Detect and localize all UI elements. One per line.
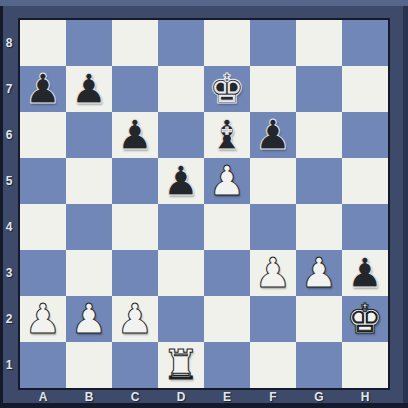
square-g1[interactable]	[296, 342, 342, 388]
rank-label-3: 3	[0, 250, 18, 296]
rank-labels: 87654321	[0, 20, 18, 388]
square-h8[interactable]	[342, 20, 388, 66]
square-a8[interactable]	[20, 20, 66, 66]
square-c1[interactable]	[112, 342, 158, 388]
square-c8[interactable]	[112, 20, 158, 66]
file-label-H: H	[342, 390, 388, 404]
square-f8[interactable]	[250, 20, 296, 66]
frame-bevel-top	[0, 0, 408, 6]
square-d3[interactable]	[158, 250, 204, 296]
square-f1[interactable]	[250, 342, 296, 388]
rank-label-2: 2	[0, 296, 18, 342]
file-labels: ABCDEFGH	[20, 390, 388, 404]
square-a7[interactable]: ♟	[20, 66, 66, 112]
square-h1[interactable]	[342, 342, 388, 388]
square-e2[interactable]	[204, 296, 250, 342]
square-d8[interactable]	[158, 20, 204, 66]
piece-black-bishop-e6: ♝	[209, 112, 246, 158]
rank-label-5: 5	[0, 158, 18, 204]
square-a4[interactable]	[20, 204, 66, 250]
chess-board-frame: 87654321 ♟♟♚♟♝♟♟♟♟♟♟♟♟♟♚♜ ABCDEFGH	[0, 0, 408, 408]
file-label-E: E	[204, 390, 250, 404]
square-d6[interactable]	[158, 112, 204, 158]
square-d1[interactable]: ♜	[158, 342, 204, 388]
square-e5[interactable]: ♟	[204, 158, 250, 204]
piece-white-pawn-g3: ♟	[301, 250, 338, 296]
square-h3[interactable]: ♟	[342, 250, 388, 296]
square-e6[interactable]: ♝	[204, 112, 250, 158]
piece-white-pawn-a2: ♟	[25, 296, 62, 342]
piece-white-rook-d1: ♜	[163, 342, 200, 388]
square-b7[interactable]: ♟	[66, 66, 112, 112]
square-d2[interactable]	[158, 296, 204, 342]
square-b3[interactable]	[66, 250, 112, 296]
square-h2[interactable]: ♚	[342, 296, 388, 342]
square-c5[interactable]	[112, 158, 158, 204]
square-g7[interactable]	[296, 66, 342, 112]
square-b8[interactable]	[66, 20, 112, 66]
square-c7[interactable]	[112, 66, 158, 112]
piece-white-pawn-c2: ♟	[117, 296, 154, 342]
piece-white-pawn-e5: ♟	[209, 158, 246, 204]
square-e4[interactable]	[204, 204, 250, 250]
square-g3[interactable]: ♟	[296, 250, 342, 296]
square-c2[interactable]: ♟	[112, 296, 158, 342]
rank-label-8: 8	[0, 20, 18, 66]
piece-black-pawn-c6: ♟	[117, 112, 154, 158]
square-b6[interactable]	[66, 112, 112, 158]
square-f7[interactable]	[250, 66, 296, 112]
square-f6[interactable]: ♟	[250, 112, 296, 158]
square-a2[interactable]: ♟	[20, 296, 66, 342]
piece-black-king-e7: ♚	[209, 66, 246, 112]
piece-white-pawn-f3: ♟	[255, 250, 292, 296]
square-e1[interactable]	[204, 342, 250, 388]
file-label-D: D	[158, 390, 204, 404]
square-f3[interactable]: ♟	[250, 250, 296, 296]
piece-white-king-h2: ♚	[347, 296, 384, 342]
chess-board: ♟♟♚♟♝♟♟♟♟♟♟♟♟♟♚♜	[18, 18, 390, 390]
square-b5[interactable]	[66, 158, 112, 204]
square-h4[interactable]	[342, 204, 388, 250]
square-h7[interactable]	[342, 66, 388, 112]
square-f2[interactable]	[250, 296, 296, 342]
piece-black-pawn-d5: ♟	[163, 158, 200, 204]
rank-label-1: 1	[0, 342, 18, 388]
square-c6[interactable]: ♟	[112, 112, 158, 158]
file-label-G: G	[296, 390, 342, 404]
square-b1[interactable]	[66, 342, 112, 388]
file-label-B: B	[66, 390, 112, 404]
file-label-F: F	[250, 390, 296, 404]
rank-label-6: 6	[0, 112, 18, 158]
square-e7[interactable]: ♚	[204, 66, 250, 112]
square-a3[interactable]	[20, 250, 66, 296]
square-d4[interactable]	[158, 204, 204, 250]
square-a1[interactable]	[20, 342, 66, 388]
square-a5[interactable]	[20, 158, 66, 204]
piece-black-pawn-b7: ♟	[71, 66, 108, 112]
square-e3[interactable]	[204, 250, 250, 296]
square-a6[interactable]	[20, 112, 66, 158]
square-g4[interactable]	[296, 204, 342, 250]
square-d7[interactable]	[158, 66, 204, 112]
square-b4[interactable]	[66, 204, 112, 250]
frame-bevel-right	[403, 6, 408, 408]
square-h5[interactable]	[342, 158, 388, 204]
file-label-C: C	[112, 390, 158, 404]
square-g8[interactable]	[296, 20, 342, 66]
rank-label-7: 7	[0, 66, 18, 112]
square-f4[interactable]	[250, 204, 296, 250]
square-d5[interactable]: ♟	[158, 158, 204, 204]
square-e8[interactable]	[204, 20, 250, 66]
piece-black-pawn-a7: ♟	[25, 66, 62, 112]
piece-black-pawn-h3: ♟	[347, 250, 384, 296]
square-c4[interactable]	[112, 204, 158, 250]
square-g5[interactable]	[296, 158, 342, 204]
square-b2[interactable]: ♟	[66, 296, 112, 342]
square-g2[interactable]	[296, 296, 342, 342]
file-label-A: A	[20, 390, 66, 404]
square-h6[interactable]	[342, 112, 388, 158]
piece-black-pawn-f6: ♟	[255, 112, 292, 158]
square-c3[interactable]	[112, 250, 158, 296]
square-g6[interactable]	[296, 112, 342, 158]
rank-label-4: 4	[0, 204, 18, 250]
piece-white-pawn-b2: ♟	[71, 296, 108, 342]
square-f5[interactable]	[250, 158, 296, 204]
